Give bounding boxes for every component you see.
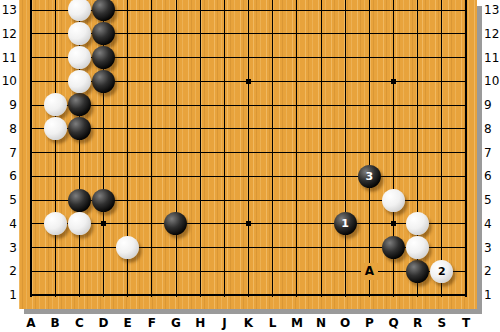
black-stone-C8[interactable] bbox=[68, 117, 91, 140]
col-label-P: P bbox=[359, 315, 379, 331]
white-stone-C12[interactable] bbox=[68, 22, 91, 45]
white-stone-C10[interactable] bbox=[68, 70, 91, 93]
board-point-B8 bbox=[43, 117, 67, 141]
black-stone-D11[interactable] bbox=[92, 46, 115, 69]
board-point-C10 bbox=[67, 69, 91, 93]
black-stone-O4[interactable]: 1 bbox=[334, 212, 357, 235]
row-label-left-9: 9 bbox=[1, 97, 17, 113]
board-point-C5 bbox=[67, 188, 91, 212]
row-label-right-1: 1 bbox=[484, 287, 500, 303]
go-diagram: 1313121211111010998877665544332211ABCDEF… bbox=[0, 0, 500, 332]
white-stone-C4[interactable] bbox=[68, 212, 91, 235]
row-label-right-7: 7 bbox=[484, 145, 500, 161]
white-stone-C13[interactable] bbox=[68, 0, 91, 21]
row-label-right-9: 9 bbox=[484, 97, 500, 113]
white-stone-R3[interactable] bbox=[406, 236, 429, 259]
board-point-D11 bbox=[91, 46, 115, 70]
board-point-P6: 3 bbox=[357, 164, 381, 188]
row-label-right-2: 2 bbox=[484, 263, 500, 279]
stones-layer: 132A bbox=[19, 0, 478, 307]
board-point-D12 bbox=[91, 22, 115, 46]
col-label-S: S bbox=[432, 315, 452, 331]
row-label-right-10: 10 bbox=[484, 73, 500, 89]
col-label-H: H bbox=[190, 315, 210, 331]
board-point-C8 bbox=[67, 117, 91, 141]
col-label-K: K bbox=[239, 315, 259, 331]
white-stone-C11[interactable] bbox=[68, 46, 91, 69]
board-point-E3 bbox=[116, 236, 140, 260]
row-label-left-4: 4 bbox=[1, 216, 17, 232]
row-label-left-10: 10 bbox=[1, 73, 17, 89]
black-stone-D13[interactable] bbox=[92, 0, 115, 21]
row-label-left-13: 13 bbox=[1, 2, 17, 18]
row-label-right-6: 6 bbox=[484, 168, 500, 184]
col-label-C: C bbox=[69, 315, 89, 331]
board-point-Q5 bbox=[381, 188, 405, 212]
col-label-L: L bbox=[263, 315, 283, 331]
board-point-O4: 1 bbox=[333, 212, 357, 236]
row-label-left-1: 1 bbox=[1, 287, 17, 303]
board-point-D10 bbox=[91, 69, 115, 93]
board-point-C12 bbox=[67, 22, 91, 46]
black-stone-C5[interactable] bbox=[68, 189, 91, 212]
board-point-D13 bbox=[91, 0, 115, 22]
col-label-R: R bbox=[408, 315, 428, 331]
row-label-left-6: 6 bbox=[1, 168, 17, 184]
board-point-C9 bbox=[67, 93, 91, 117]
black-stone-G4[interactable] bbox=[164, 212, 187, 235]
board-point-R4 bbox=[406, 212, 430, 236]
row-label-right-13: 13 bbox=[484, 2, 500, 18]
white-stone-R4[interactable] bbox=[406, 212, 429, 235]
white-stone-B9[interactable] bbox=[44, 93, 67, 116]
black-stone-R2[interactable] bbox=[406, 260, 429, 283]
col-label-J: J bbox=[214, 315, 234, 331]
board-point-S2: 2 bbox=[430, 259, 454, 283]
board-point-Q3 bbox=[381, 236, 405, 260]
row-label-left-11: 11 bbox=[1, 50, 17, 66]
col-label-D: D bbox=[94, 315, 114, 331]
row-label-right-5: 5 bbox=[484, 192, 500, 208]
point-label-A[interactable]: A bbox=[361, 263, 378, 280]
board-point-B4 bbox=[43, 212, 67, 236]
col-label-O: O bbox=[335, 315, 355, 331]
col-label-T: T bbox=[456, 315, 476, 331]
col-label-B: B bbox=[45, 315, 65, 331]
row-label-left-12: 12 bbox=[1, 26, 17, 42]
board-point-C13 bbox=[67, 0, 91, 22]
col-label-A: A bbox=[21, 315, 41, 331]
move-number: 1 bbox=[341, 217, 349, 230]
row-label-left-2: 2 bbox=[1, 263, 17, 279]
row-label-left-8: 8 bbox=[1, 121, 17, 137]
black-stone-P6[interactable]: 3 bbox=[358, 165, 381, 188]
row-label-right-4: 4 bbox=[484, 216, 500, 232]
col-label-N: N bbox=[311, 315, 331, 331]
move-number: 3 bbox=[365, 170, 373, 183]
col-label-E: E bbox=[118, 315, 138, 331]
board-point-C4 bbox=[67, 212, 91, 236]
col-label-Q: Q bbox=[384, 315, 404, 331]
black-stone-C9[interactable] bbox=[68, 93, 91, 116]
row-label-right-3: 3 bbox=[484, 240, 500, 256]
board-point-P2: A bbox=[357, 259, 381, 283]
row-label-right-8: 8 bbox=[484, 121, 500, 137]
board-point-R2 bbox=[406, 259, 430, 283]
col-label-M: M bbox=[287, 315, 307, 331]
row-label-left-7: 7 bbox=[1, 145, 17, 161]
black-stone-D12[interactable] bbox=[92, 22, 115, 45]
row-label-right-12: 12 bbox=[484, 26, 500, 42]
row-label-left-3: 3 bbox=[1, 240, 17, 256]
move-number: 2 bbox=[438, 265, 446, 278]
white-stone-B4[interactable] bbox=[44, 212, 67, 235]
row-label-right-11: 11 bbox=[484, 50, 500, 66]
board-point-D5 bbox=[91, 188, 115, 212]
board-point-G4 bbox=[164, 212, 188, 236]
board-point-B9 bbox=[43, 93, 67, 117]
row-label-left-5: 5 bbox=[1, 192, 17, 208]
white-stone-Q5[interactable] bbox=[382, 189, 405, 212]
white-stone-S2[interactable]: 2 bbox=[430, 260, 453, 283]
board-point-C11 bbox=[67, 46, 91, 70]
col-label-F: F bbox=[142, 315, 162, 331]
black-stone-D5[interactable] bbox=[92, 189, 115, 212]
black-stone-D10[interactable] bbox=[92, 70, 115, 93]
white-stone-E3[interactable] bbox=[116, 236, 139, 259]
col-label-G: G bbox=[166, 315, 186, 331]
white-stone-B8[interactable] bbox=[44, 117, 67, 140]
board-point-R3 bbox=[406, 236, 430, 260]
black-stone-Q3[interactable] bbox=[382, 236, 405, 259]
